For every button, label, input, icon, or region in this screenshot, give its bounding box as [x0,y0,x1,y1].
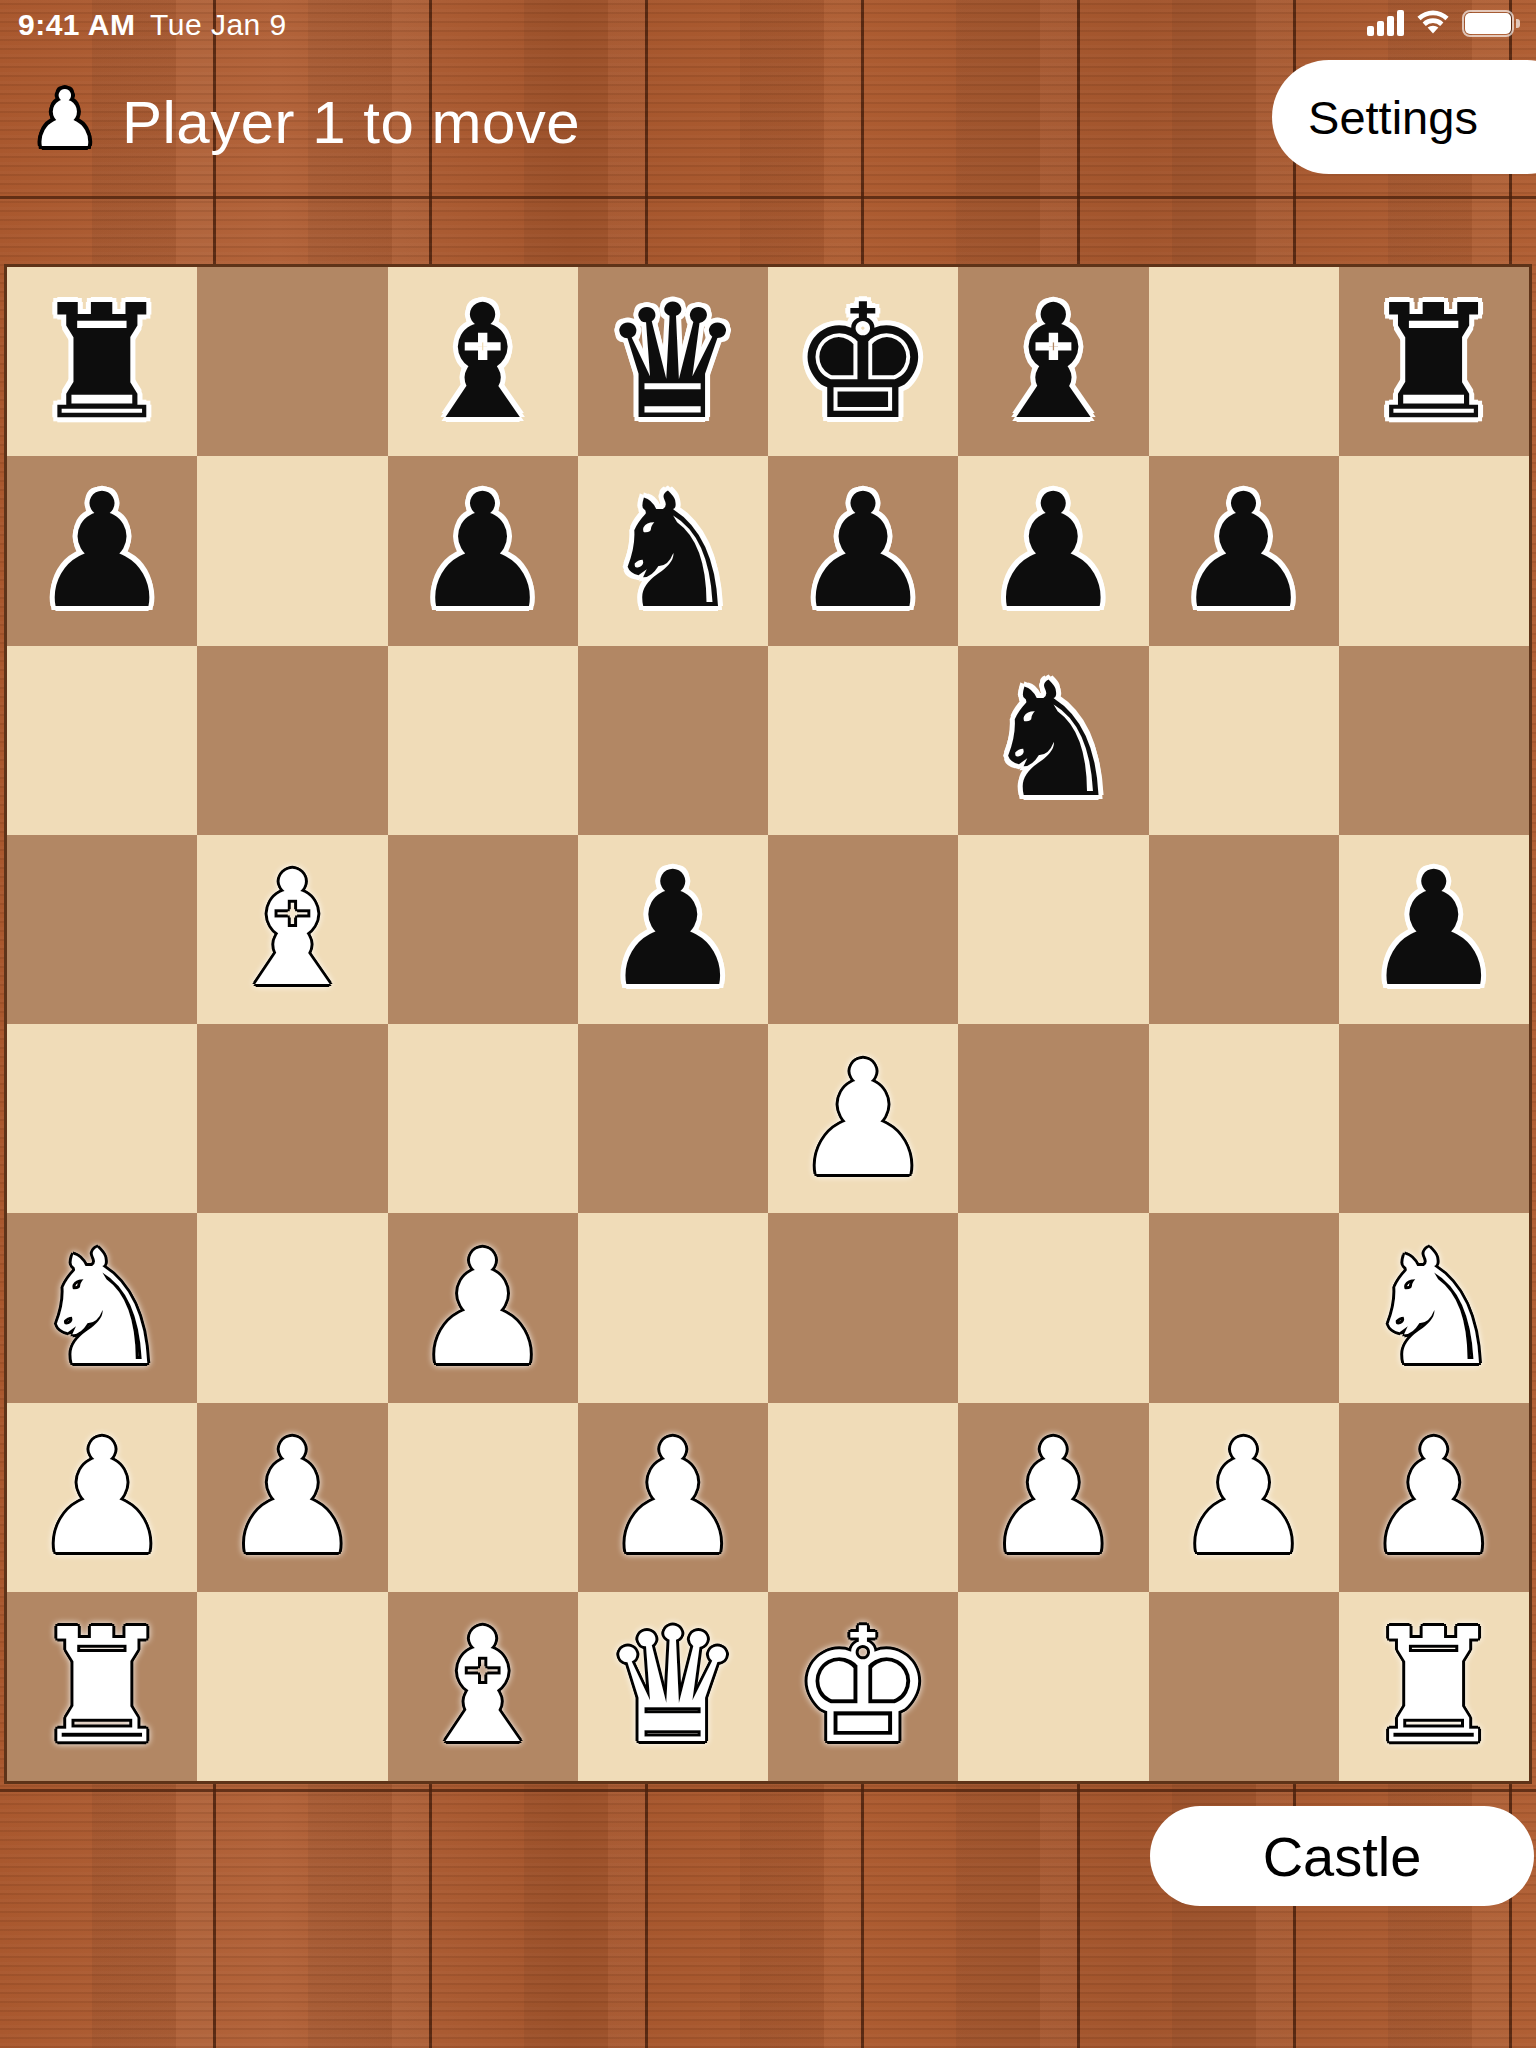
square-d6[interactable] [578,646,768,835]
square-c7[interactable]: ♟ [388,456,578,645]
square-h6[interactable] [1339,646,1529,835]
square-g3[interactable] [1149,1213,1339,1402]
square-f4[interactable] [958,1024,1148,1213]
white-king[interactable]: ♚ [792,1607,934,1765]
black-bishop[interactable]: ♝ [983,283,1125,441]
square-f7[interactable]: ♟ [958,456,1148,645]
white-pawn[interactable]: ♟ [1173,1418,1315,1576]
settings-button[interactable]: Settings [1272,60,1536,174]
square-a7[interactable]: ♟ [7,456,197,645]
white-bishop[interactable]: ♝ [222,850,364,1008]
square-e2[interactable] [768,1403,958,1592]
square-a6[interactable] [7,646,197,835]
square-e4[interactable]: ♟ [768,1024,958,1213]
white-knight[interactable]: ♞ [1363,1229,1505,1387]
status-date: Tue Jan 9 [150,8,287,42]
square-g8[interactable] [1149,267,1339,456]
square-c6[interactable] [388,646,578,835]
square-d4[interactable] [578,1024,768,1213]
square-e3[interactable] [768,1213,958,1402]
white-bishop[interactable]: ♝ [412,1607,554,1765]
square-f3[interactable] [958,1213,1148,1402]
square-h5[interactable]: ♟ [1339,835,1529,1024]
square-e5[interactable] [768,835,958,1024]
black-pawn[interactable]: ♟ [412,472,554,630]
square-e1[interactable]: ♚ [768,1592,958,1781]
settings-button-label: Settings [1308,90,1478,145]
square-h8[interactable]: ♜ [1339,267,1529,456]
white-pawn[interactable]: ♟ [602,1418,744,1576]
square-b7[interactable] [197,456,387,645]
black-pawn[interactable]: ♟ [31,472,173,630]
square-a4[interactable] [7,1024,197,1213]
square-a8[interactable]: ♜ [7,267,197,456]
square-g1[interactable] [1149,1592,1339,1781]
wifi-icon [1414,9,1452,37]
castle-button-label: Castle [1263,1824,1422,1889]
square-a2[interactable]: ♟ [7,1403,197,1592]
black-pawn[interactable]: ♟ [602,850,744,1008]
square-c5[interactable] [388,835,578,1024]
square-c4[interactable] [388,1024,578,1213]
black-knight[interactable]: ♞ [602,472,744,630]
square-g7[interactable]: ♟ [1149,456,1339,645]
square-f5[interactable] [958,835,1148,1024]
square-d7[interactable]: ♞ [578,456,768,645]
square-h1[interactable]: ♜ [1339,1592,1529,1781]
square-c2[interactable] [388,1403,578,1592]
square-e6[interactable] [768,646,958,835]
black-knight[interactable]: ♞ [983,661,1125,819]
black-pawn[interactable]: ♟ [983,472,1125,630]
square-d5[interactable]: ♟ [578,835,768,1024]
black-bishop[interactable]: ♝ [412,283,554,441]
square-h3[interactable]: ♞ [1339,1213,1529,1402]
black-pawn[interactable]: ♟ [792,472,934,630]
header: ♟ Player 1 to move Settings [0,46,1536,216]
white-queen[interactable]: ♛ [602,1607,744,1765]
black-rook[interactable]: ♜ [1363,283,1505,441]
square-c8[interactable]: ♝ [388,267,578,456]
square-b3[interactable] [197,1213,387,1402]
square-f6[interactable]: ♞ [958,646,1148,835]
castle-button[interactable]: Castle [1150,1806,1534,1906]
white-pawn[interactable]: ♟ [31,1418,173,1576]
square-f8[interactable]: ♝ [958,267,1148,456]
white-pawn[interactable]: ♟ [222,1418,364,1576]
square-d1[interactable]: ♛ [578,1592,768,1781]
square-a1[interactable]: ♜ [7,1592,197,1781]
square-e7[interactable]: ♟ [768,456,958,645]
battery-icon [1462,10,1520,37]
white-pawn[interactable]: ♟ [792,1040,934,1198]
white-pawn[interactable]: ♟ [412,1229,554,1387]
square-d2[interactable]: ♟ [578,1403,768,1592]
white-pawn-icon: ♟ [30,80,100,158]
wood-plank-seam [0,1789,1536,1792]
white-pawn[interactable]: ♟ [983,1418,1125,1576]
black-rook[interactable]: ♜ [31,283,173,441]
square-b2[interactable]: ♟ [197,1403,387,1592]
square-c1[interactable]: ♝ [388,1592,578,1781]
status-bar: 9:41 AM Tue Jan 9 [0,0,1536,46]
black-queen[interactable]: ♛ [602,283,744,441]
square-b6[interactable] [197,646,387,835]
square-h4[interactable] [1339,1024,1529,1213]
page-title: Player 1 to move [122,88,580,157]
square-b8[interactable] [197,267,387,456]
square-g5[interactable] [1149,835,1339,1024]
square-e8[interactable]: ♚ [768,267,958,456]
status-icons [1367,8,1520,38]
black-pawn[interactable]: ♟ [1173,472,1315,630]
white-knight[interactable]: ♞ [31,1229,173,1387]
black-pawn[interactable]: ♟ [1363,850,1505,1008]
white-rook[interactable]: ♜ [1363,1607,1505,1765]
square-b4[interactable] [197,1024,387,1213]
cellular-signal-icon [1367,10,1404,36]
white-pawn[interactable]: ♟ [1363,1418,1505,1576]
square-f2[interactable]: ♟ [958,1403,1148,1592]
square-d8[interactable]: ♛ [578,267,768,456]
square-h2[interactable]: ♟ [1339,1403,1529,1592]
square-a5[interactable] [7,835,197,1024]
square-f1[interactable] [958,1592,1148,1781]
square-a3[interactable]: ♞ [7,1213,197,1402]
square-d3[interactable] [578,1213,768,1402]
chess-board: ♜♝♛♚♝♜♟♟♞♟♟♟♞♝♟♟♟♞♟♞♟♟♟♟♟♟♜♝♛♚♜ [4,264,1532,1784]
black-king[interactable]: ♚ [792,283,934,441]
square-c3[interactable]: ♟ [388,1213,578,1402]
chess-app-screen: 9:41 AM Tue Jan 9 ♟ Player 1 to move Set… [0,0,1536,2048]
square-b5[interactable]: ♝ [197,835,387,1024]
square-h7[interactable] [1339,456,1529,645]
white-rook[interactable]: ♜ [31,1607,173,1765]
square-g6[interactable] [1149,646,1339,835]
status-time: 9:41 AM [18,8,135,42]
square-b1[interactable] [197,1592,387,1781]
square-g4[interactable] [1149,1024,1339,1213]
square-g2[interactable]: ♟ [1149,1403,1339,1592]
